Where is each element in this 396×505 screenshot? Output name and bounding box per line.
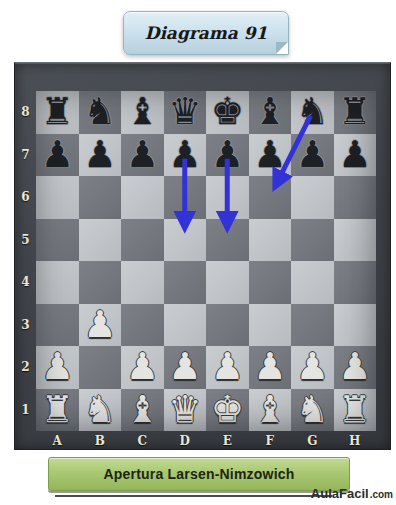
white-pawn: ♟ (253, 346, 286, 388)
square-c1: ♝ (121, 389, 164, 432)
black-bishop: ♝ (253, 91, 286, 133)
square-f3 (249, 304, 292, 347)
square-c4 (121, 261, 164, 304)
square-f4 (249, 261, 292, 304)
square-e5 (206, 219, 249, 262)
square-e8: ♚ (206, 91, 249, 134)
black-pawn: ♟ (338, 134, 371, 176)
white-king: ♚ (211, 389, 244, 431)
square-c8: ♝ (121, 91, 164, 134)
site-brand-suffix: .com (370, 489, 393, 500)
square-b1: ♞ (79, 389, 122, 432)
square-e2: ♟ (206, 346, 249, 389)
square-g5 (291, 219, 334, 262)
square-g4 (291, 261, 334, 304)
black-bishop: ♝ (126, 91, 159, 133)
black-pawn: ♟ (126, 134, 159, 176)
square-e4 (206, 261, 249, 304)
file-label-g: G (291, 431, 334, 450)
square-h3 (334, 304, 377, 347)
square-d4 (164, 261, 207, 304)
square-e1: ♚ (206, 389, 249, 432)
square-f6 (249, 176, 292, 219)
white-knight: ♞ (83, 389, 116, 431)
square-g8: ♞ (291, 91, 334, 134)
black-pawn: ♟ (211, 134, 244, 176)
diagram-banner: Diagrama 91 (123, 11, 289, 55)
site-credit: AulaFacil .com (311, 486, 393, 501)
square-f2: ♟ (249, 346, 292, 389)
square-d3 (164, 304, 207, 347)
square-b8: ♞ (79, 91, 122, 134)
square-g7: ♟ (291, 134, 334, 177)
square-f8: ♝ (249, 91, 292, 134)
square-d8: ♛ (164, 91, 207, 134)
square-d6 (164, 176, 207, 219)
black-knight: ♞ (296, 91, 329, 133)
square-b4 (79, 261, 122, 304)
black-pawn: ♟ (41, 134, 74, 176)
square-a5 (36, 219, 79, 262)
file-label-f: F (249, 431, 292, 450)
footer-rule (55, 495, 332, 497)
white-queen: ♛ (168, 389, 201, 431)
square-d2: ♟ (164, 346, 207, 389)
square-h4 (334, 261, 377, 304)
black-knight: ♞ (83, 91, 116, 133)
black-pawn: ♟ (168, 134, 201, 176)
opening-caption: Apertura Larsen-Nimzowich (104, 466, 295, 482)
black-king: ♚ (211, 91, 244, 133)
square-c7: ♟ (121, 134, 164, 177)
square-h2: ♟ (334, 346, 377, 389)
square-f5 (249, 219, 292, 262)
square-h5 (334, 219, 377, 262)
square-a3 (36, 304, 79, 347)
square-h7: ♟ (334, 134, 377, 177)
square-d5 (164, 219, 207, 262)
white-pawn: ♟ (168, 346, 201, 388)
rank-labels: 87654321 (15, 91, 36, 431)
square-b3: ♟ (79, 304, 122, 347)
square-c5 (121, 219, 164, 262)
white-rook: ♜ (338, 389, 371, 431)
file-label-c: C (121, 431, 164, 450)
site-brand: AulaFacil (311, 486, 369, 501)
square-a8: ♜ (36, 91, 79, 134)
square-c3 (121, 304, 164, 347)
rank-label-8: 8 (15, 91, 36, 134)
page: Diagrama 91 87654321 ♜♞♝♛♚♝♞♜♟♟♟♟♟♟♟♟♟♟♟… (0, 0, 396, 505)
square-e6 (206, 176, 249, 219)
file-label-e: E (206, 431, 249, 450)
black-queen: ♛ (168, 91, 201, 133)
square-a2: ♟ (36, 346, 79, 389)
square-b7: ♟ (79, 134, 122, 177)
square-a1: ♜ (36, 389, 79, 432)
rank-label-6: 6 (15, 176, 36, 219)
diagram-title: Diagrama 91 (145, 23, 268, 43)
rank-label-2: 2 (15, 346, 36, 389)
rank-label-7: 7 (15, 134, 36, 177)
white-pawn: ♟ (126, 346, 159, 388)
square-a6 (36, 176, 79, 219)
white-pawn: ♟ (83, 304, 116, 346)
rank-label-4: 4 (15, 261, 36, 304)
white-pawn: ♟ (41, 346, 74, 388)
file-label-h: H (334, 431, 377, 450)
black-pawn: ♟ (83, 134, 116, 176)
square-c6 (121, 176, 164, 219)
black-pawn: ♟ (253, 134, 286, 176)
opening-caption-box: Apertura Larsen-Nimzowich (48, 457, 350, 491)
square-g1: ♞ (291, 389, 334, 432)
square-g6 (291, 176, 334, 219)
square-h1: ♜ (334, 389, 377, 432)
white-bishop: ♝ (253, 389, 286, 431)
square-g2: ♟ (291, 346, 334, 389)
square-f1: ♝ (249, 389, 292, 432)
black-rook: ♜ (338, 91, 371, 133)
rank-label-5: 5 (15, 219, 36, 262)
chess-board: ♜♞♝♛♚♝♞♜♟♟♟♟♟♟♟♟♟♟♟♟♟♟♟♟♜♞♝♛♚♝♞♜ (36, 91, 376, 431)
file-label-d: D (164, 431, 207, 450)
square-e7: ♟ (206, 134, 249, 177)
square-e3 (206, 304, 249, 347)
white-knight: ♞ (296, 389, 329, 431)
square-a4 (36, 261, 79, 304)
chess-board-frame: 87654321 ♜♞♝♛♚♝♞♜♟♟♟♟♟♟♟♟♟♟♟♟♟♟♟♟♜♞♝♛♚♝♞… (14, 62, 391, 450)
square-d7: ♟ (164, 134, 207, 177)
square-a7: ♟ (36, 134, 79, 177)
rank-label-3: 3 (15, 304, 36, 347)
white-pawn: ♟ (211, 346, 244, 388)
square-b5 (79, 219, 122, 262)
black-rook: ♜ (41, 91, 74, 133)
file-labels: ABCDEFGH (36, 431, 376, 450)
rank-label-1: 1 (15, 389, 36, 432)
square-b6 (79, 176, 122, 219)
white-rook: ♜ (41, 389, 74, 431)
file-label-b: B (79, 431, 122, 450)
black-pawn: ♟ (296, 134, 329, 176)
white-pawn: ♟ (296, 346, 329, 388)
square-b2 (79, 346, 122, 389)
white-bishop: ♝ (126, 389, 159, 431)
white-pawn: ♟ (338, 346, 371, 388)
file-label-a: A (36, 431, 79, 450)
square-d1: ♛ (164, 389, 207, 432)
square-f7: ♟ (249, 134, 292, 177)
square-h6 (334, 176, 377, 219)
square-c2: ♟ (121, 346, 164, 389)
square-g3 (291, 304, 334, 347)
square-h8: ♜ (334, 91, 377, 134)
